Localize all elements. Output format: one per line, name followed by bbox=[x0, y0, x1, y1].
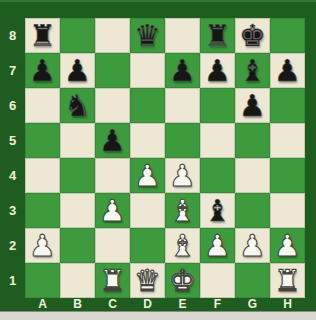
square-h7[interactable]: ♟ bbox=[270, 53, 305, 88]
rank-label-1: 1 bbox=[0, 263, 25, 298]
square-b7[interactable]: ♟ bbox=[60, 53, 95, 88]
black-pawn-piece[interactable]: ♟ bbox=[95, 123, 130, 158]
square-h8[interactable] bbox=[270, 18, 305, 53]
black-queen-piece[interactable]: ♛ bbox=[130, 18, 165, 53]
square-b3[interactable] bbox=[60, 193, 95, 228]
square-b5[interactable] bbox=[60, 123, 95, 158]
square-b6[interactable]: ♞ bbox=[60, 88, 95, 123]
square-f8[interactable]: ♜ bbox=[200, 18, 235, 53]
black-rook-piece[interactable]: ♜ bbox=[200, 18, 235, 53]
square-d7[interactable] bbox=[130, 53, 165, 88]
square-g2[interactable]: ♟ bbox=[235, 228, 270, 263]
square-c7[interactable] bbox=[95, 53, 130, 88]
square-e5[interactable] bbox=[165, 123, 200, 158]
white-bishop-piece[interactable]: ♝ bbox=[165, 193, 200, 228]
black-king-piece[interactable]: ♚ bbox=[235, 18, 270, 53]
black-knight-piece[interactable]: ♞ bbox=[60, 88, 95, 123]
square-a6[interactable] bbox=[25, 88, 60, 123]
square-g6[interactable]: ♟ bbox=[235, 88, 270, 123]
square-c3[interactable]: ♟ bbox=[95, 193, 130, 228]
square-b8[interactable] bbox=[60, 18, 95, 53]
square-c6[interactable] bbox=[95, 88, 130, 123]
square-a4[interactable] bbox=[25, 158, 60, 193]
square-g5[interactable] bbox=[235, 123, 270, 158]
black-bishop-piece[interactable]: ♝ bbox=[200, 193, 235, 228]
rank-label-7: 7 bbox=[0, 53, 25, 88]
black-pawn-piece[interactable]: ♟ bbox=[60, 53, 95, 88]
square-h3[interactable] bbox=[270, 193, 305, 228]
file-label-c: C bbox=[95, 298, 130, 311]
square-f3[interactable]: ♝ bbox=[200, 193, 235, 228]
white-pawn-piece[interactable]: ♟ bbox=[235, 228, 270, 263]
chess-board-window: 87654321 ♜♛♜♚♟♟♟♟♝♟♞♟♟♟♟♟♝♝♟♝♟♟♟♜♛♚♜ ABC… bbox=[0, 0, 316, 320]
white-pawn-piece[interactable]: ♟ bbox=[270, 228, 305, 263]
file-label-b: B bbox=[60, 298, 95, 311]
square-c4[interactable] bbox=[95, 158, 130, 193]
white-bishop-piece[interactable]: ♝ bbox=[165, 228, 200, 263]
square-b4[interactable] bbox=[60, 158, 95, 193]
square-e4[interactable]: ♟ bbox=[165, 158, 200, 193]
file-label-f: F bbox=[200, 298, 235, 311]
square-h1[interactable]: ♜ bbox=[270, 263, 305, 298]
file-labels: ABCDEFGH bbox=[25, 298, 305, 311]
square-e1[interactable]: ♚ bbox=[165, 263, 200, 298]
square-f2[interactable]: ♟ bbox=[200, 228, 235, 263]
white-queen-piece[interactable]: ♛ bbox=[130, 263, 165, 298]
square-h6[interactable] bbox=[270, 88, 305, 123]
square-e6[interactable] bbox=[165, 88, 200, 123]
square-f7[interactable]: ♟ bbox=[200, 53, 235, 88]
square-g8[interactable]: ♚ bbox=[235, 18, 270, 53]
square-g4[interactable] bbox=[235, 158, 270, 193]
square-a5[interactable] bbox=[25, 123, 60, 158]
black-pawn-piece[interactable]: ♟ bbox=[270, 53, 305, 88]
square-d8[interactable]: ♛ bbox=[130, 18, 165, 53]
white-pawn-piece[interactable]: ♟ bbox=[165, 158, 200, 193]
square-e2[interactable]: ♝ bbox=[165, 228, 200, 263]
square-a8[interactable]: ♜ bbox=[25, 18, 60, 53]
square-e7[interactable]: ♟ bbox=[165, 53, 200, 88]
black-pawn-piece[interactable]: ♟ bbox=[235, 88, 270, 123]
white-pawn-piece[interactable]: ♟ bbox=[130, 158, 165, 193]
square-d1[interactable]: ♛ bbox=[130, 263, 165, 298]
square-d5[interactable] bbox=[130, 123, 165, 158]
file-label-a: A bbox=[25, 298, 60, 311]
black-pawn-piece[interactable]: ♟ bbox=[25, 53, 60, 88]
rank-label-5: 5 bbox=[0, 123, 25, 158]
black-bishop-piece[interactable]: ♝ bbox=[235, 53, 270, 88]
white-pawn-piece[interactable]: ♟ bbox=[200, 228, 235, 263]
square-g7[interactable]: ♝ bbox=[235, 53, 270, 88]
square-a1[interactable] bbox=[25, 263, 60, 298]
chess-board[interactable]: ♜♛♜♚♟♟♟♟♝♟♞♟♟♟♟♟♝♝♟♝♟♟♟♜♛♚♜ bbox=[25, 18, 305, 298]
rank-label-8: 8 bbox=[0, 18, 25, 53]
square-a3[interactable] bbox=[25, 193, 60, 228]
rank-label-3: 3 bbox=[0, 193, 25, 228]
square-g3[interactable] bbox=[235, 193, 270, 228]
black-rook-piece[interactable]: ♜ bbox=[25, 18, 60, 53]
rank-label-4: 4 bbox=[0, 158, 25, 193]
square-d4[interactable]: ♟ bbox=[130, 158, 165, 193]
square-c2[interactable] bbox=[95, 228, 130, 263]
rank-labels: 87654321 bbox=[0, 18, 25, 298]
file-label-d: D bbox=[130, 298, 165, 311]
square-c5[interactable]: ♟ bbox=[95, 123, 130, 158]
file-label-h: H bbox=[270, 298, 305, 311]
file-label-e: E bbox=[165, 298, 200, 311]
white-rook-piece[interactable]: ♜ bbox=[95, 263, 130, 298]
square-a2[interactable]: ♟ bbox=[25, 228, 60, 263]
square-h5[interactable] bbox=[270, 123, 305, 158]
square-f6[interactable] bbox=[200, 88, 235, 123]
square-d3[interactable] bbox=[130, 193, 165, 228]
file-label-g: G bbox=[235, 298, 270, 311]
square-e3[interactable]: ♝ bbox=[165, 193, 200, 228]
square-f1[interactable] bbox=[200, 263, 235, 298]
white-king-piece[interactable]: ♚ bbox=[165, 263, 200, 298]
square-b2[interactable] bbox=[60, 228, 95, 263]
square-d2[interactable] bbox=[130, 228, 165, 263]
square-d6[interactable] bbox=[130, 88, 165, 123]
bottom-edge-strip bbox=[0, 311, 316, 320]
black-pawn-piece[interactable]: ♟ bbox=[165, 53, 200, 88]
square-f4[interactable] bbox=[200, 158, 235, 193]
white-pawn-piece[interactable]: ♟ bbox=[25, 228, 60, 263]
square-g1[interactable] bbox=[235, 263, 270, 298]
square-b1[interactable] bbox=[60, 263, 95, 298]
square-f5[interactable] bbox=[200, 123, 235, 158]
white-rook-piece[interactable]: ♜ bbox=[270, 263, 305, 298]
square-c8[interactable] bbox=[95, 18, 130, 53]
square-e8[interactable] bbox=[165, 18, 200, 53]
frame-top-highlight bbox=[0, 0, 316, 2]
square-c1[interactable]: ♜ bbox=[95, 263, 130, 298]
white-pawn-piece[interactable]: ♟ bbox=[95, 193, 130, 228]
square-a7[interactable]: ♟ bbox=[25, 53, 60, 88]
rank-label-6: 6 bbox=[0, 88, 25, 123]
black-pawn-piece[interactable]: ♟ bbox=[200, 53, 235, 88]
rank-label-2: 2 bbox=[0, 228, 25, 263]
square-h4[interactable] bbox=[270, 158, 305, 193]
square-h2[interactable]: ♟ bbox=[270, 228, 305, 263]
